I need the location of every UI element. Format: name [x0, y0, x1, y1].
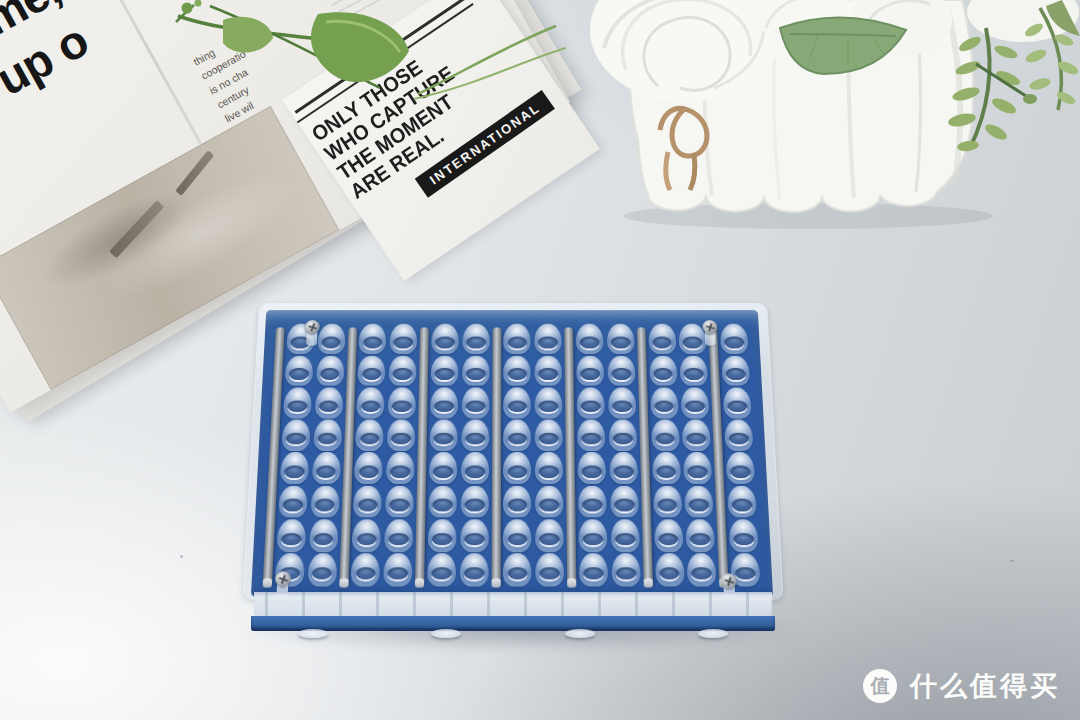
photo-scene: ORIE te time, made up o thingcooperatioi…: [0, 0, 1080, 720]
rubber-foot: [431, 629, 461, 638]
translucent-cup-bead: [460, 452, 490, 485]
translucent-cup-bead: [502, 519, 532, 553]
translucent-cup-bead: [723, 419, 754, 452]
large-leaf: [311, 12, 409, 82]
bead-column: [534, 324, 566, 588]
translucent-cup-bead: [610, 553, 641, 588]
translucent-cup-bead: [576, 419, 606, 452]
flower-vase-arrangement: [518, 0, 1080, 238]
translucent-cup-bead: [315, 355, 345, 387]
translucent-cup-bead: [503, 419, 533, 452]
translucent-cup-bead: [277, 485, 308, 519]
translucent-cup-bead: [682, 452, 713, 485]
translucent-cup-bead: [685, 519, 716, 553]
translucent-cup-bead: [279, 452, 310, 485]
translucent-cup-bead: [430, 355, 460, 387]
translucent-cup-bead: [284, 355, 315, 387]
translucent-cup-bead: [280, 419, 311, 452]
translucent-cup-bead: [461, 387, 491, 419]
translucent-cup-bead: [312, 419, 343, 452]
translucent-cup-bead: [384, 485, 415, 519]
bead-column: [382, 324, 418, 588]
bead-column: [502, 324, 532, 588]
bead-column: [350, 324, 388, 588]
translucent-cup-bead: [429, 419, 459, 452]
translucent-cup-bead: [720, 355, 751, 387]
translucent-cup-bead: [459, 519, 489, 553]
translucent-cup-bead: [535, 519, 565, 553]
bag-fold: [175, 150, 214, 195]
translucent-cup-bead: [684, 485, 715, 519]
translucent-cup-bead: [460, 419, 490, 452]
translucent-cup-bead: [459, 485, 489, 519]
translucent-cup-bead: [358, 324, 388, 355]
rubber-foot: [698, 629, 728, 638]
fern-bud: [1023, 94, 1037, 104]
translucent-cup-bead: [606, 355, 636, 387]
translucent-cup-bead: [282, 387, 313, 419]
translucent-cup-bead: [534, 324, 563, 355]
translucent-cup-bead: [503, 387, 532, 419]
translucent-cup-bead: [578, 519, 609, 553]
leaf-sprigs: [168, 0, 568, 118]
rubber-foot: [298, 629, 328, 638]
bead-column: [426, 324, 459, 588]
translucent-cup-bead: [534, 452, 564, 485]
translucent-cup-bead: [389, 324, 419, 355]
translucent-cup-bead: [722, 387, 753, 419]
translucent-cup-bead: [534, 485, 564, 519]
smzdm-watermark: 值 什么值得买: [863, 668, 1060, 704]
translucent-cup-bead: [356, 387, 386, 419]
small-leaf: [223, 17, 273, 53]
translucent-cup-bead: [353, 452, 384, 485]
translucent-cup-bead: [610, 519, 641, 553]
corner-screw-bottom-right: [721, 573, 737, 588]
translucent-cup-bead: [503, 485, 533, 519]
translucent-cup-bead: [351, 519, 382, 553]
translucent-cup-bead: [534, 419, 564, 452]
translucent-cup-bead: [430, 324, 459, 355]
translucent-cup-bead: [679, 355, 709, 387]
smzdm-badge-icon: 值: [863, 669, 897, 703]
translucent-cup-bead: [577, 485, 607, 519]
bead-tray-board: [250, 292, 776, 638]
bead-column: [459, 324, 491, 588]
bead-column: [606, 324, 642, 588]
metal-rod-bar: [491, 327, 501, 585]
translucent-cup-bead: [311, 452, 342, 485]
translucent-cup-bead: [428, 452, 458, 485]
translucent-cup-bead: [306, 553, 338, 588]
rubber-foot: [565, 629, 595, 638]
translucent-cup-bead: [652, 485, 683, 519]
clear-acrylic-front-edge: [254, 592, 772, 616]
translucent-cup-bead: [503, 355, 532, 387]
translucent-cup-bead: [313, 387, 344, 419]
translucent-cup-bead: [352, 485, 383, 519]
translucent-cup-bead: [427, 519, 458, 553]
translucent-cup-bead: [726, 485, 757, 519]
board-feet: [250, 629, 776, 638]
smzdm-site-name: 什么值得买: [910, 668, 1060, 704]
translucent-cup-bead: [387, 387, 417, 419]
translucent-cup-bead: [386, 419, 416, 452]
translucent-cup-bead: [355, 419, 385, 452]
translucent-cup-bead: [647, 324, 677, 355]
clear-acrylic-frame: [244, 304, 783, 599]
translucent-cup-bead: [534, 355, 563, 387]
translucent-cup-bead: [429, 387, 459, 419]
leaf-bud: [182, 3, 193, 14]
translucent-cup-bead: [648, 355, 678, 387]
dust-speck: [180, 555, 183, 558]
translucent-cup-bead: [461, 355, 490, 387]
metal-rod: [491, 324, 501, 588]
translucent-cup-bead: [357, 355, 387, 387]
translucent-cup-bead: [680, 387, 711, 419]
translucent-cup-bead: [607, 387, 637, 419]
translucent-cup-bead: [350, 553, 381, 588]
translucent-cup-bead: [309, 485, 340, 519]
translucent-cup-bead: [316, 324, 346, 355]
translucent-cup-bead: [534, 387, 564, 419]
translucent-cup-bead: [276, 519, 308, 553]
translucent-cup-bead: [577, 452, 607, 485]
translucent-cup-bead: [575, 355, 605, 387]
translucent-cup-bead: [650, 419, 681, 452]
translucent-cup-bead: [681, 419, 712, 452]
translucent-cup-bead: [609, 485, 640, 519]
bag-fold: [109, 200, 164, 258]
translucent-cup-bead: [503, 324, 532, 355]
translucent-cup-bead: [535, 553, 566, 588]
translucent-cup-bead: [503, 452, 533, 485]
translucent-cup-bead: [728, 519, 760, 553]
translucent-cup-bead: [608, 419, 638, 452]
translucent-cup-bead: [575, 324, 604, 355]
translucent-cup-bead: [502, 553, 532, 588]
translucent-cup-bead: [719, 324, 749, 355]
translucent-cup-bead: [459, 553, 490, 588]
translucent-cup-bead: [578, 553, 609, 588]
translucent-cup-bead: [576, 387, 606, 419]
translucent-cup-bead: [725, 452, 756, 485]
corner-screw-top-right: [702, 320, 717, 334]
translucent-cup-bead: [608, 452, 638, 485]
translucent-cup-bead: [382, 553, 413, 588]
translucent-cup-bead: [385, 452, 415, 485]
translucent-cup-bead: [654, 553, 685, 588]
translucent-cup-bead: [388, 355, 418, 387]
board-face: [251, 310, 773, 597]
dust-speck: [1010, 560, 1014, 562]
translucent-cup-bead: [427, 485, 457, 519]
translucent-cup-bead: [653, 519, 684, 553]
translucent-cup-bead: [606, 324, 636, 355]
translucent-cup-bead: [308, 519, 339, 553]
bead-column: [575, 324, 609, 588]
translucent-cup-bead: [686, 553, 718, 588]
translucent-cup-bead: [426, 553, 457, 588]
translucent-cup-bead: [461, 324, 490, 355]
translucent-cup-bead: [649, 387, 679, 419]
translucent-cup-bead: [383, 519, 414, 553]
translucent-cup-bead: [651, 452, 682, 485]
